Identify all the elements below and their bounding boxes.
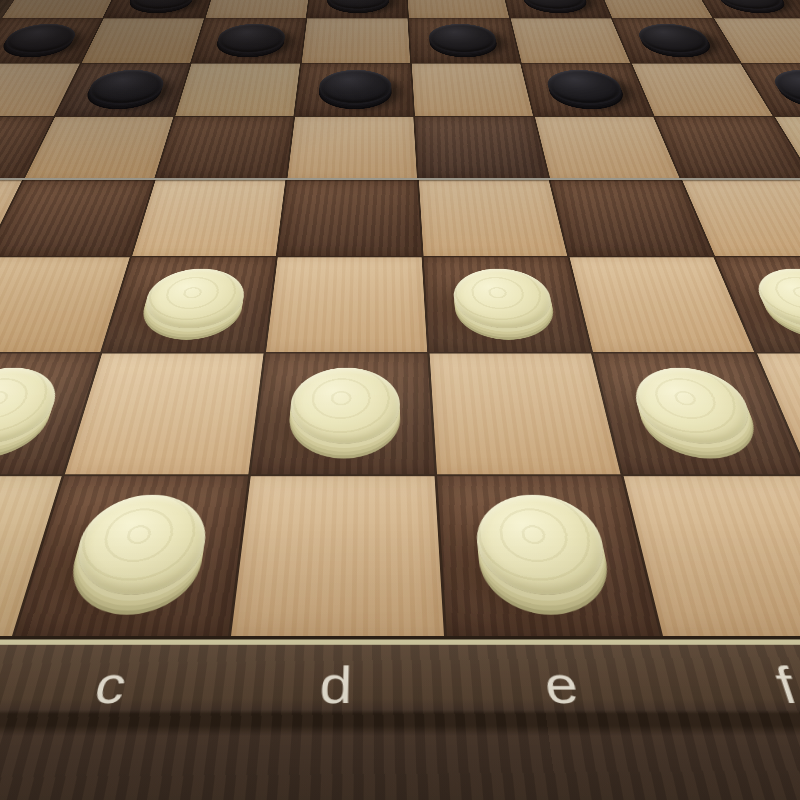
square-d5[interactable] (287, 117, 417, 180)
square-f8[interactable]: ⛂ (501, 0, 611, 18)
piece-white-man-d2[interactable]: ⛀ (287, 368, 401, 444)
piece-black-man-b8[interactable]: ⛂ (126, 0, 197, 9)
square-f7[interactable] (511, 18, 630, 62)
square-d7[interactable] (302, 18, 410, 62)
piece-black-man-d6[interactable]: ⛂ (318, 70, 392, 103)
square-e2[interactable] (430, 354, 621, 475)
square-c8[interactable] (206, 0, 311, 18)
square-f6[interactable]: ⛂ (522, 64, 653, 116)
piece-white-man-b2[interactable]: ⛀ (0, 368, 66, 444)
square-b4[interactable] (0, 180, 154, 256)
square-b8[interactable]: ⛂ (104, 0, 216, 18)
piece-black-man-b6[interactable]: ⛂ (83, 70, 168, 103)
piece-white-man-e1[interactable]: ⛀ (472, 495, 613, 595)
board-frame: abcdefgh (0, 639, 800, 800)
piece-white-man-c1[interactable]: ⛀ (65, 495, 212, 595)
square-e5[interactable] (415, 117, 549, 180)
file-labels: abcdefgh (0, 645, 800, 712)
square-c2[interactable] (65, 354, 264, 475)
piece-black-man-h8[interactable]: ⛂ (710, 0, 789, 9)
piece-black-man-e7[interactable]: ⛂ (428, 24, 499, 52)
square-c6[interactable] (175, 64, 300, 116)
piece-white-man-f2[interactable]: ⛀ (626, 368, 761, 444)
piece-white-man-c3[interactable]: ⛀ (138, 269, 248, 329)
square-e7[interactable]: ⛂ (409, 18, 520, 62)
piece-black-man-f8[interactable]: ⛂ (519, 0, 589, 9)
square-c3[interactable]: ⛀ (103, 257, 276, 352)
board-grid: ⛂⛂⛂⛂⛂⛂⛂⛂⛂⛂⛂⛂⛀⛀⛀⛀⛀⛀⛀⛀⛀⛀⛀⛀ (0, 0, 800, 639)
checkers-board-scene: ⛂⛂⛂⛂⛂⛂⛂⛂⛂⛂⛂⛂⛀⛀⛀⛀⛀⛀⛀⛀⛀⛀⛀⛀ abcdefgh (0, 0, 800, 800)
piece-white-man-g3[interactable]: ⛀ (747, 269, 800, 329)
file-label-e: e (448, 659, 678, 712)
checkers-board: ⛂⛂⛂⛂⛂⛂⛂⛂⛂⛂⛂⛂⛀⛀⛀⛀⛀⛀⛀⛀⛀⛀⛀⛀ abcdefgh (0, 0, 800, 800)
square-e4[interactable] (419, 180, 567, 256)
square-e8[interactable] (407, 0, 510, 18)
square-b7[interactable] (82, 18, 204, 62)
file-label-d: d (222, 659, 449, 712)
piece-black-man-h6[interactable]: ⛂ (766, 70, 800, 103)
square-d1[interactable] (231, 476, 444, 636)
piece-black-man-d8[interactable]: ⛂ (326, 0, 389, 9)
piece-white-man-e3[interactable]: ⛀ (451, 269, 557, 329)
square-e3[interactable]: ⛀ (424, 257, 591, 352)
file-label-f: f (669, 659, 800, 712)
square-d8[interactable]: ⛂ (307, 0, 407, 18)
square-g5[interactable] (655, 117, 800, 180)
board-fold-line (0, 178, 800, 180)
square-d3[interactable] (266, 257, 427, 352)
file-label-c: c (0, 659, 225, 712)
square-c7[interactable]: ⛂ (192, 18, 306, 62)
square-c4[interactable] (132, 180, 285, 256)
square-g8[interactable] (596, 0, 713, 18)
square-e1[interactable]: ⛀ (437, 476, 660, 636)
square-e6[interactable] (412, 64, 533, 116)
piece-black-man-g7[interactable]: ⛂ (633, 24, 714, 52)
square-a8[interactable] (2, 0, 121, 18)
square-c5[interactable] (156, 117, 294, 180)
square-d4[interactable] (278, 180, 422, 256)
piece-black-man-f6[interactable]: ⛂ (543, 70, 626, 103)
square-d6[interactable]: ⛂ (295, 64, 413, 116)
piece-black-man-a7[interactable]: ⛂ (0, 24, 81, 52)
square-d2[interactable]: ⛀ (251, 354, 435, 475)
piece-black-man-c7[interactable]: ⛂ (214, 24, 286, 52)
